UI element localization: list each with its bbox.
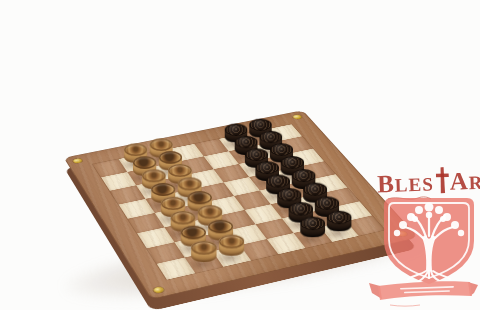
piece-top <box>124 144 147 157</box>
checker-piece-dark <box>327 211 352 232</box>
piece-top <box>208 220 233 234</box>
ribbon-banner <box>368 279 480 310</box>
ribbon-text-line <box>400 286 454 293</box>
piece-top <box>168 164 192 177</box>
piece-top <box>188 191 212 204</box>
piece-top <box>142 169 166 182</box>
ribbon-body <box>378 281 472 300</box>
piece-top <box>159 151 182 164</box>
piece-top <box>292 169 316 182</box>
checker-piece-light <box>191 241 217 262</box>
piece-top <box>289 202 314 215</box>
checker-piece-dark <box>300 217 325 238</box>
piece-top <box>259 131 282 143</box>
piece-top <box>315 197 340 210</box>
piece-top <box>171 211 196 224</box>
piece-top <box>303 183 327 196</box>
piece-top <box>245 148 268 161</box>
piece-top <box>300 217 325 231</box>
ribbon-tail-right <box>468 282 478 296</box>
ribbon-tail-left <box>369 283 382 299</box>
wordmark-right: Art <box>449 167 480 194</box>
piece-top <box>270 143 293 156</box>
piece-top <box>277 188 301 201</box>
piece-top <box>198 205 223 218</box>
brand-wordmark: Bles Art <box>377 164 480 197</box>
piece-top <box>235 136 258 148</box>
piece-top <box>191 241 217 255</box>
ribbon-underline <box>390 305 420 306</box>
piece-top <box>151 183 175 196</box>
product-photo-scene: Bles Art <box>0 0 480 310</box>
checker-piece-light <box>219 235 244 256</box>
piece-top <box>281 156 305 169</box>
piece-top <box>150 138 173 151</box>
piece-top <box>178 177 202 190</box>
piece-top <box>255 161 279 174</box>
piece-top <box>249 119 272 131</box>
piece-top <box>161 197 186 210</box>
piece-top <box>219 235 244 249</box>
piece-top <box>181 226 206 240</box>
piece-top <box>225 124 248 136</box>
cross-icon <box>435 167 449 194</box>
piece-top <box>266 175 290 188</box>
piece-top <box>327 211 352 224</box>
logo-script-flourish <box>388 197 431 199</box>
piece-top <box>133 156 157 169</box>
wordmark-left: Bles <box>377 169 434 196</box>
